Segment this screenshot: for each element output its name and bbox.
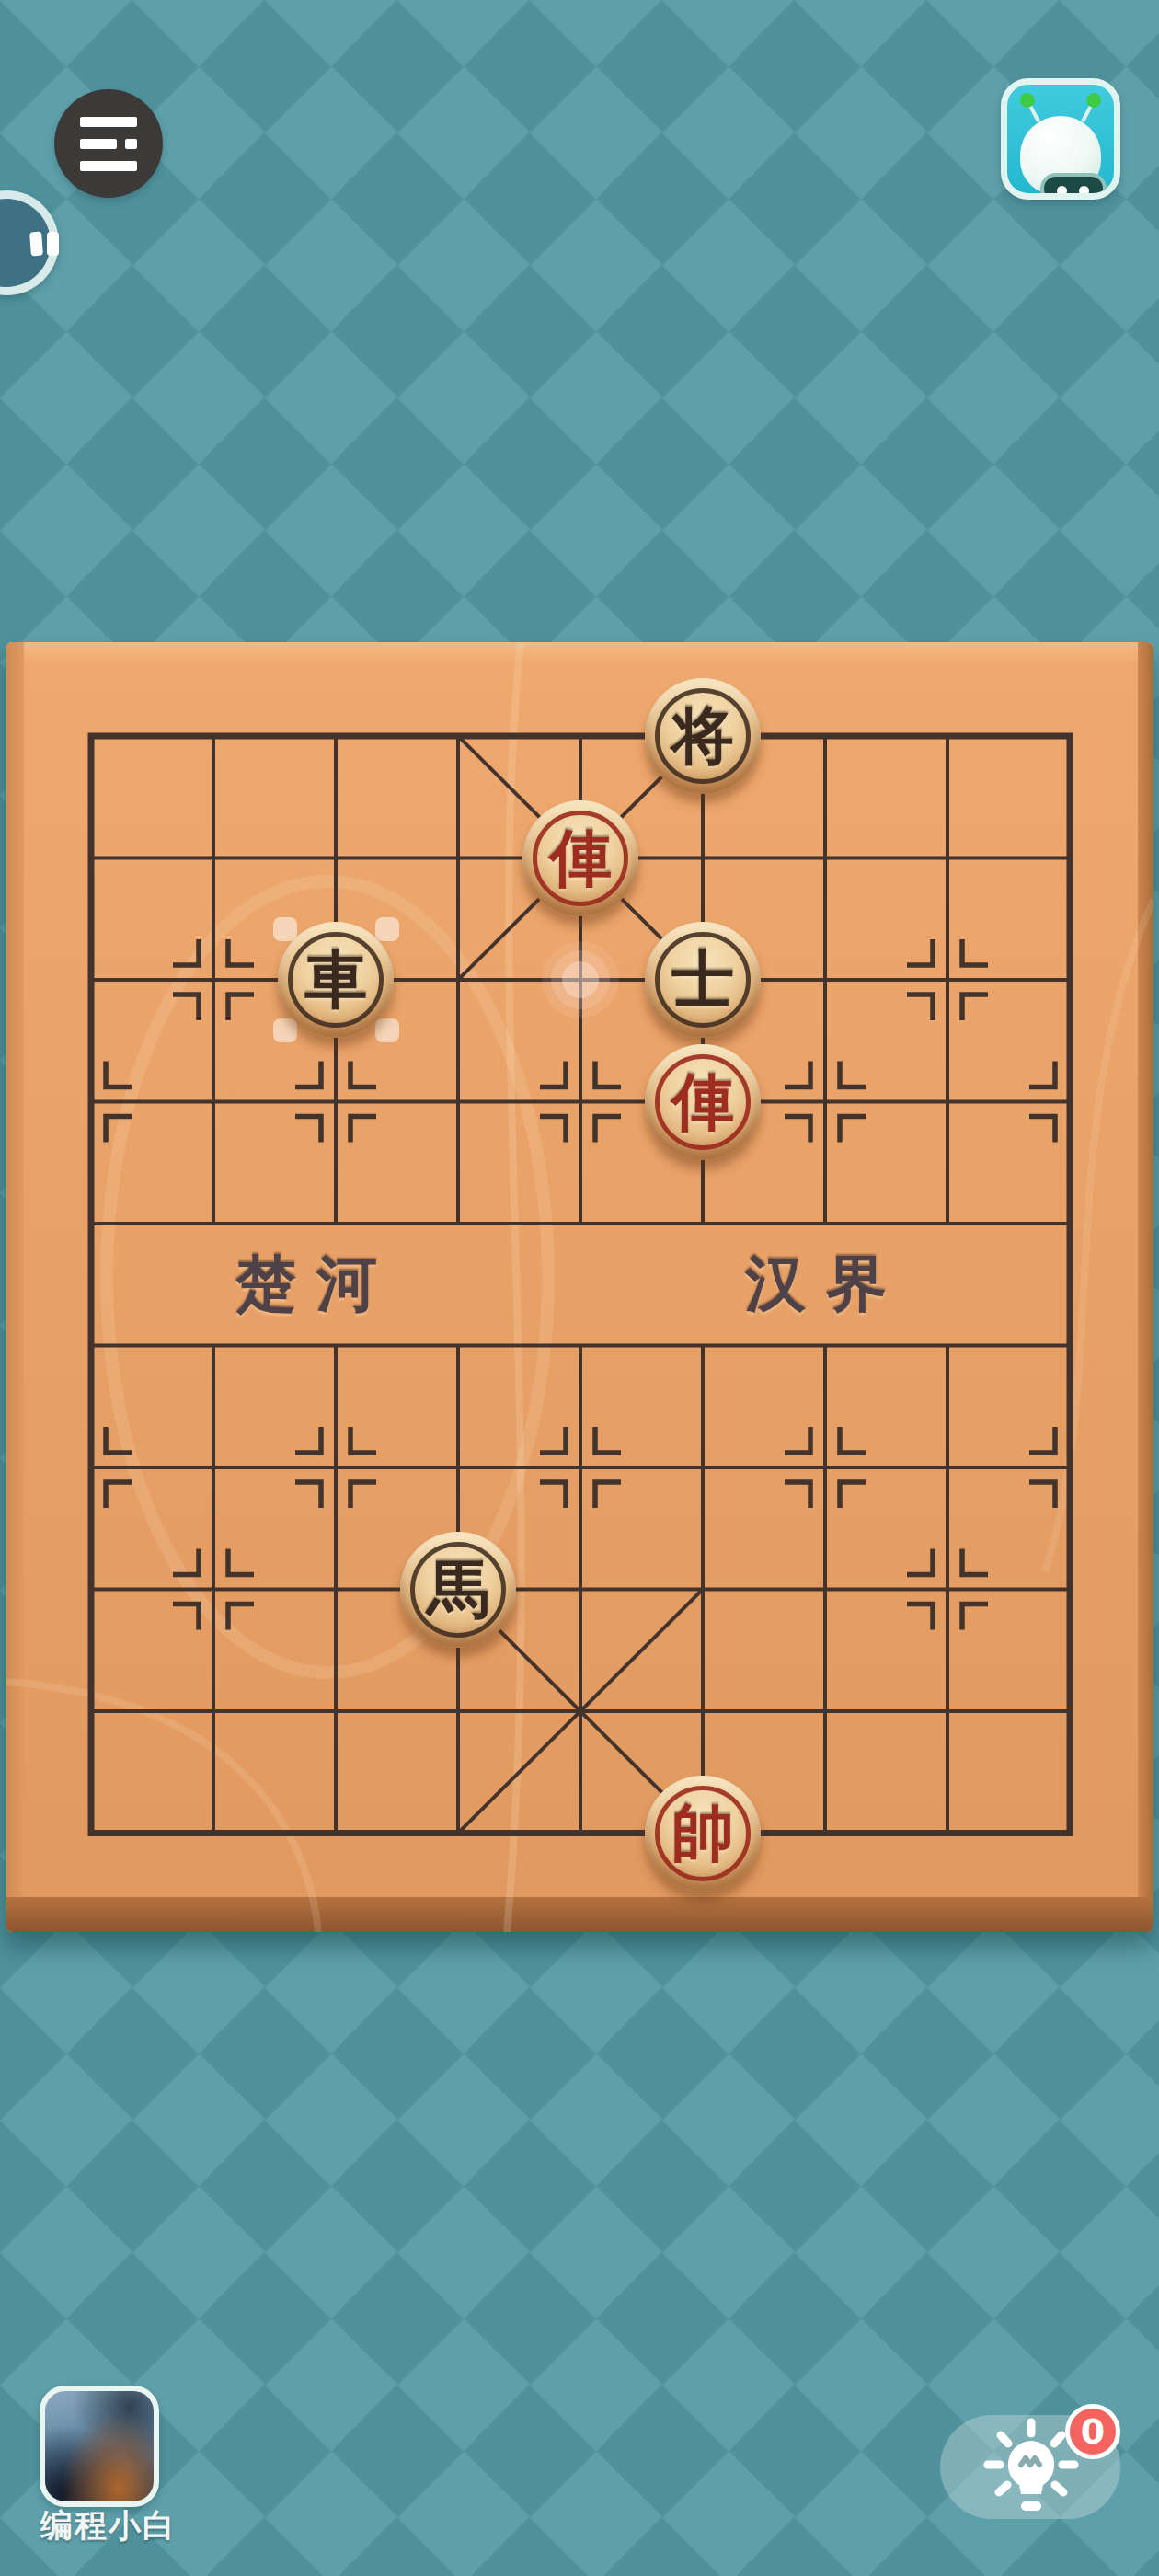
move-indicator-point [520, 919, 642, 1041]
move-indicator-dot [562, 961, 599, 998]
pause-button[interactable] [0, 190, 59, 295]
robot-icon [1020, 116, 1101, 195]
player-avatar[interactable] [40, 2386, 159, 2507]
board-point-5-2: 士 [642, 919, 764, 1041]
piece-glyph: 俥 [671, 1071, 734, 1133]
board-point-4-1: 俥 [520, 797, 642, 919]
black-advisor[interactable]: 士 [645, 922, 761, 1038]
robot-assistant-button[interactable] [1001, 78, 1120, 200]
hamburger-icon-mid [80, 139, 137, 149]
xiangqi-board[interactable]: 楚河 汉界 将俥車士俥馬帥 [6, 642, 1153, 1932]
selection-corner [273, 1018, 297, 1042]
robot-antenna [1081, 103, 1094, 122]
robot-eye [1057, 186, 1067, 196]
menu-button[interactable] [54, 89, 163, 198]
black-general[interactable]: 将 [645, 678, 761, 794]
piece-glyph: 俥 [549, 827, 612, 890]
xiangqi-app-screen: { "game": "xiangqi", "position": { "fen"… [0, 0, 1159, 2576]
hint-button[interactable]: 0 [940, 2415, 1120, 2519]
black-chariot[interactable]: 車 [278, 922, 394, 1038]
board-point-2-2: 車 [275, 919, 397, 1041]
red-general[interactable]: 帥 [645, 1776, 761, 1892]
red-chariot-2[interactable]: 俥 [645, 1044, 761, 1160]
piece-glyph: 馬 [427, 1558, 489, 1621]
piece-glyph: 帥 [671, 1802, 734, 1865]
piece-glyph: 士 [671, 949, 734, 1011]
board-point-5-9: 帥 [642, 1772, 764, 1894]
pause-icon [47, 232, 59, 256]
selection-corner [375, 917, 399, 941]
black-horse[interactable]: 馬 [400, 1532, 516, 1648]
robot-antenna [1027, 103, 1040, 122]
hamburger-dot [125, 139, 137, 149]
player-name: 编程小白 [40, 2504, 177, 2547]
board-point-5-0: 将 [642, 675, 764, 798]
hamburger-icon [80, 117, 137, 127]
selection-corner [375, 1018, 399, 1042]
hamburger-bar [80, 161, 137, 171]
board-point-5-3: 俥 [642, 1041, 764, 1163]
robot-eye [1079, 186, 1089, 196]
selection-corner [273, 917, 297, 941]
piece-glyph: 車 [304, 949, 367, 1011]
piece-glyph: 将 [671, 705, 734, 767]
pieces-layer: 将俥車士俥馬帥 [30, 675, 1131, 1894]
board-point-3-7: 馬 [397, 1528, 520, 1650]
pause-icon [29, 232, 43, 257]
hamburger-bar [80, 139, 117, 149]
hint-count-badge: 0 [1065, 2404, 1120, 2459]
robot-visor [1040, 173, 1107, 200]
red-chariot-1[interactable]: 俥 [522, 800, 638, 916]
